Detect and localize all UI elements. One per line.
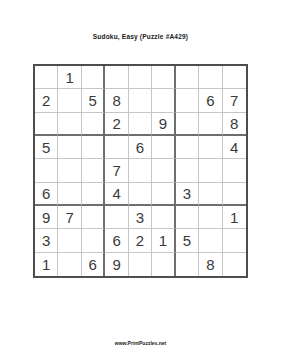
cell-r3c7: [176, 113, 199, 136]
cell-r1c2: 1: [58, 66, 81, 89]
footer-url: www.PrintPuzzles.net: [0, 340, 281, 347]
cell-r8c9: [223, 229, 246, 252]
cell-r4c3: [82, 136, 105, 159]
cell-r4c1: 5: [35, 136, 58, 159]
cell-r5c4: 7: [105, 159, 128, 182]
puzzle-title: Sudoku, Easy (Puzzle #A429): [0, 31, 281, 43]
cell-r2c1: 2: [35, 89, 58, 112]
cell-r1c9: [223, 66, 246, 89]
cell-r8c3: [82, 229, 105, 252]
cell-r4c5: 6: [129, 136, 152, 159]
cell-r6c1: 6: [35, 183, 58, 206]
cell-r8c6: 1: [152, 229, 175, 252]
cell-r5c2: [58, 159, 81, 182]
cell-r6c7: 3: [176, 183, 199, 206]
cell-r3c2: [58, 113, 81, 136]
cell-r5c9: [223, 159, 246, 182]
cell-r1c8: [199, 66, 222, 89]
cell-r4c4: [105, 136, 128, 159]
cell-r7c4: [105, 206, 128, 229]
cell-r5c1: [35, 159, 58, 182]
cell-r5c5: [129, 159, 152, 182]
cell-r9c9: [223, 253, 246, 276]
cell-r7c9: 1: [223, 206, 246, 229]
cell-r3c1: [35, 113, 58, 136]
cell-r5c8: [199, 159, 222, 182]
cell-r2c7: [176, 89, 199, 112]
cell-r1c3: [82, 66, 105, 89]
cell-r8c8: [199, 229, 222, 252]
cell-r3c9: 8: [223, 113, 246, 136]
cell-r3c3: [82, 113, 105, 136]
cell-r8c5: 2: [129, 229, 152, 252]
sudoku-page: Sudoku, Easy (Puzzle #A429) 125867298564…: [0, 0, 281, 363]
cell-r3c8: [199, 113, 222, 136]
cell-r2c8: 6: [199, 89, 222, 112]
cell-r1c7: [176, 66, 199, 89]
cell-r7c8: [199, 206, 222, 229]
cell-r6c8: [199, 183, 222, 206]
cell-r3c4: 2: [105, 113, 128, 136]
cell-r6c6: [152, 183, 175, 206]
cell-r9c8: 8: [199, 253, 222, 276]
cell-r2c4: 8: [105, 89, 128, 112]
cell-r1c5: [129, 66, 152, 89]
cell-r9c3: 6: [82, 253, 105, 276]
cell-r8c1: 3: [35, 229, 58, 252]
cell-r3c6: 9: [152, 113, 175, 136]
cell-r4c2: [58, 136, 81, 159]
cell-r2c5: [129, 89, 152, 112]
cell-r6c5: [129, 183, 152, 206]
cell-r2c2: [58, 89, 81, 112]
cell-r6c3: [82, 183, 105, 206]
cell-r7c5: 3: [129, 206, 152, 229]
cell-r1c6: [152, 66, 175, 89]
sudoku-board: 12586729856476439731362151698: [33, 64, 248, 278]
cell-r4c8: [199, 136, 222, 159]
cell-r8c4: 6: [105, 229, 128, 252]
cell-r5c6: [152, 159, 175, 182]
cell-r2c9: 7: [223, 89, 246, 112]
cell-r6c2: [58, 183, 81, 206]
cell-r4c9: 4: [223, 136, 246, 159]
cell-r9c6: [152, 253, 175, 276]
cell-r7c7: [176, 206, 199, 229]
cell-r4c7: [176, 136, 199, 159]
cell-r9c4: 9: [105, 253, 128, 276]
cell-r7c6: [152, 206, 175, 229]
cell-r2c3: 5: [82, 89, 105, 112]
cell-r8c7: 5: [176, 229, 199, 252]
cell-r2c6: [152, 89, 175, 112]
cell-r9c2: [58, 253, 81, 276]
cell-r7c1: 9: [35, 206, 58, 229]
cell-r1c1: [35, 66, 58, 89]
cell-r5c3: [82, 159, 105, 182]
cell-r5c7: [176, 159, 199, 182]
cell-r6c9: [223, 183, 246, 206]
cell-r7c3: [82, 206, 105, 229]
cell-r3c5: [129, 113, 152, 136]
cell-r1c4: [105, 66, 128, 89]
cell-r9c7: [176, 253, 199, 276]
cell-r7c2: 7: [58, 206, 81, 229]
cell-r6c4: 4: [105, 183, 128, 206]
cell-r4c6: [152, 136, 175, 159]
cell-r8c2: [58, 229, 81, 252]
cell-r9c5: [129, 253, 152, 276]
cell-r9c1: 1: [35, 253, 58, 276]
